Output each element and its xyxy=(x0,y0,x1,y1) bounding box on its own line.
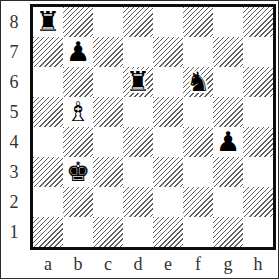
chess-board: ♜♟♜♞♗♟♚ xyxy=(30,4,276,250)
square-a2[interactable] xyxy=(33,187,63,217)
square-f2[interactable] xyxy=(183,187,213,217)
square-b6[interactable] xyxy=(63,67,93,97)
rank-label-7: 7 xyxy=(3,37,25,67)
square-g7[interactable] xyxy=(213,37,243,67)
black-king[interactable]: ♚ xyxy=(63,157,93,187)
square-e8[interactable] xyxy=(153,7,183,37)
square-d2[interactable] xyxy=(123,187,153,217)
square-b3[interactable]: ♚ xyxy=(63,157,93,187)
square-d4[interactable] xyxy=(123,127,153,157)
file-label-d: d xyxy=(123,252,153,276)
square-a1[interactable] xyxy=(33,217,63,247)
square-e7[interactable] xyxy=(153,37,183,67)
square-d1[interactable] xyxy=(123,217,153,247)
square-h2[interactable] xyxy=(243,187,273,217)
square-c2[interactable] xyxy=(93,187,123,217)
square-g8[interactable] xyxy=(213,7,243,37)
square-f7[interactable] xyxy=(183,37,213,67)
rank-labels: 87654321 xyxy=(3,7,25,247)
square-h5[interactable] xyxy=(243,97,273,127)
black-pawn[interactable]: ♟ xyxy=(63,37,93,67)
square-a5[interactable] xyxy=(33,97,63,127)
square-e6[interactable] xyxy=(153,67,183,97)
rank-label-4: 4 xyxy=(3,127,25,157)
square-c7[interactable] xyxy=(93,37,123,67)
square-h3[interactable] xyxy=(243,157,273,187)
white-bishop[interactable]: ♗ xyxy=(63,97,93,127)
square-a3[interactable] xyxy=(33,157,63,187)
file-label-f: f xyxy=(183,252,213,276)
black-pawn[interactable]: ♟ xyxy=(213,127,243,157)
square-e5[interactable] xyxy=(153,97,183,127)
square-a7[interactable] xyxy=(33,37,63,67)
square-c5[interactable] xyxy=(93,97,123,127)
black-rook[interactable]: ♜ xyxy=(33,7,63,37)
square-f5[interactable] xyxy=(183,97,213,127)
rank-label-6: 6 xyxy=(3,67,25,97)
square-h8[interactable] xyxy=(243,7,273,37)
square-d3[interactable] xyxy=(123,157,153,187)
chess-diagram-page: 87654321 ♜♟♜♞♗♟♚ abcdefgh xyxy=(0,0,279,279)
black-rook[interactable]: ♜ xyxy=(123,67,153,97)
file-labels: abcdefgh xyxy=(33,252,273,276)
rank-label-5: 5 xyxy=(3,97,25,127)
square-g1[interactable] xyxy=(213,217,243,247)
square-g3[interactable] xyxy=(213,157,243,187)
square-e2[interactable] xyxy=(153,187,183,217)
square-d5[interactable] xyxy=(123,97,153,127)
square-d8[interactable] xyxy=(123,7,153,37)
square-f1[interactable] xyxy=(183,217,213,247)
square-b2[interactable] xyxy=(63,187,93,217)
square-e3[interactable] xyxy=(153,157,183,187)
square-e4[interactable] xyxy=(153,127,183,157)
square-c4[interactable] xyxy=(93,127,123,157)
rank-label-8: 8 xyxy=(3,7,25,37)
square-b8[interactable] xyxy=(63,7,93,37)
square-c6[interactable] xyxy=(93,67,123,97)
file-label-a: a xyxy=(33,252,63,276)
file-label-g: g xyxy=(213,252,243,276)
square-c1[interactable] xyxy=(93,217,123,247)
file-label-h: h xyxy=(243,252,273,276)
square-f8[interactable] xyxy=(183,7,213,37)
square-d7[interactable] xyxy=(123,37,153,67)
square-a6[interactable] xyxy=(33,67,63,97)
square-h6[interactable] xyxy=(243,67,273,97)
square-f6[interactable]: ♞ xyxy=(183,67,213,97)
file-label-c: c xyxy=(93,252,123,276)
rank-label-2: 2 xyxy=(3,187,25,217)
file-label-b: b xyxy=(63,252,93,276)
square-b4[interactable] xyxy=(63,127,93,157)
square-b1[interactable] xyxy=(63,217,93,247)
square-b5[interactable]: ♗ xyxy=(63,97,93,127)
square-a8[interactable]: ♜ xyxy=(33,7,63,37)
square-c3[interactable] xyxy=(93,157,123,187)
square-h4[interactable] xyxy=(243,127,273,157)
square-f4[interactable] xyxy=(183,127,213,157)
square-b7[interactable]: ♟ xyxy=(63,37,93,67)
square-g6[interactable] xyxy=(213,67,243,97)
square-d6[interactable]: ♜ xyxy=(123,67,153,97)
square-g4[interactable]: ♟ xyxy=(213,127,243,157)
square-e1[interactable] xyxy=(153,217,183,247)
rank-label-1: 1 xyxy=(3,217,25,247)
square-g5[interactable] xyxy=(213,97,243,127)
file-label-e: e xyxy=(153,252,183,276)
rank-label-3: 3 xyxy=(3,157,25,187)
square-f3[interactable] xyxy=(183,157,213,187)
black-knight[interactable]: ♞ xyxy=(183,67,213,97)
square-g2[interactable] xyxy=(213,187,243,217)
square-a4[interactable] xyxy=(33,127,63,157)
square-c8[interactable] xyxy=(93,7,123,37)
square-h1[interactable] xyxy=(243,217,273,247)
square-h7[interactable] xyxy=(243,37,273,67)
